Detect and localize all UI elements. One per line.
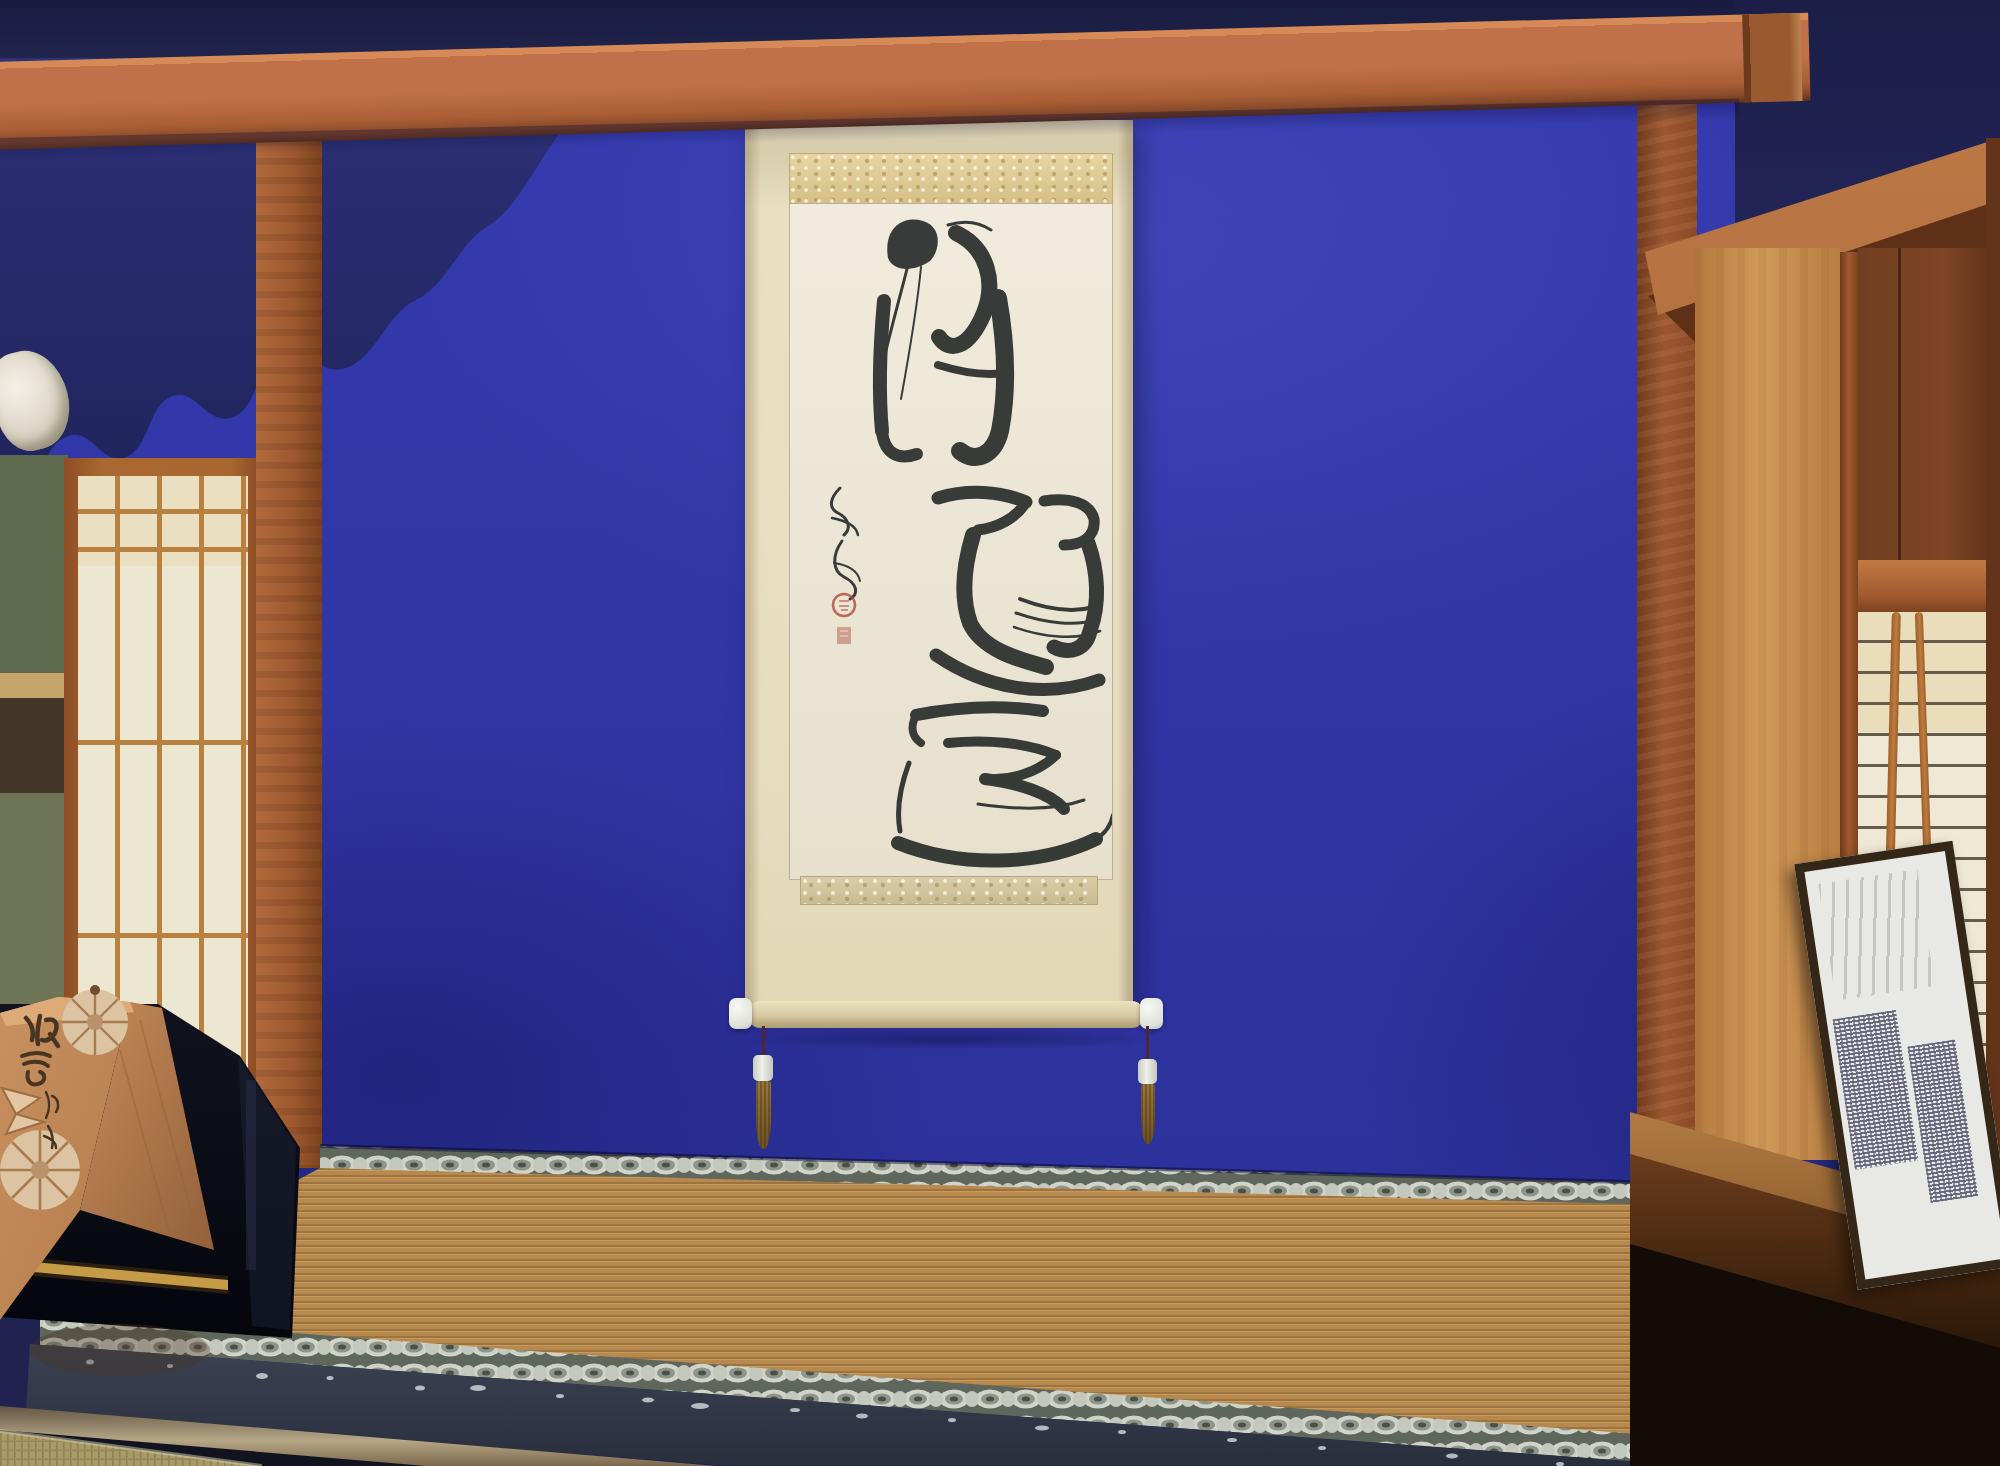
right-post <box>1637 80 1697 1165</box>
shoji-muntin <box>78 509 248 514</box>
character-ryu <box>876 220 1005 457</box>
scroll-brocade-top <box>789 153 1113 205</box>
certificate-sketch <box>1818 869 1934 1000</box>
weight-string-right <box>1146 1026 1149 1060</box>
scroll-brocade-bottom <box>800 876 1098 905</box>
calligraphy <box>788 203 1112 878</box>
scroll-roller <box>748 1001 1144 1028</box>
character-un <box>898 708 1112 861</box>
shoji-muntin <box>78 547 248 552</box>
nook-transom-rail <box>1858 560 2000 612</box>
shoji-muntin <box>78 740 248 745</box>
certificate-text-block <box>1833 1010 1919 1170</box>
shoji-muntin <box>78 933 248 938</box>
chrysanthemum-carving-bottom <box>0 1130 80 1210</box>
certificate-text-block <box>1907 1040 1978 1203</box>
plaque-and-black-floor <box>0 960 330 1466</box>
roller-knob-right <box>1140 998 1163 1029</box>
tokonoma-photo <box>0 0 2000 1466</box>
roller-knob-left <box>729 998 752 1029</box>
weight-bead-left <box>753 1055 773 1081</box>
nook-upper-recess <box>1858 248 2000 563</box>
roller-shadow <box>742 1027 1156 1051</box>
character-ki <box>936 492 1100 689</box>
recess-panel-line <box>1898 248 1901 563</box>
artist-signature <box>831 488 860 599</box>
chrysanthemum-carving-top <box>62 985 128 1055</box>
beam-end-cap <box>1742 13 1802 103</box>
weight-bead-right <box>1138 1059 1157 1084</box>
red-seals <box>833 594 855 644</box>
